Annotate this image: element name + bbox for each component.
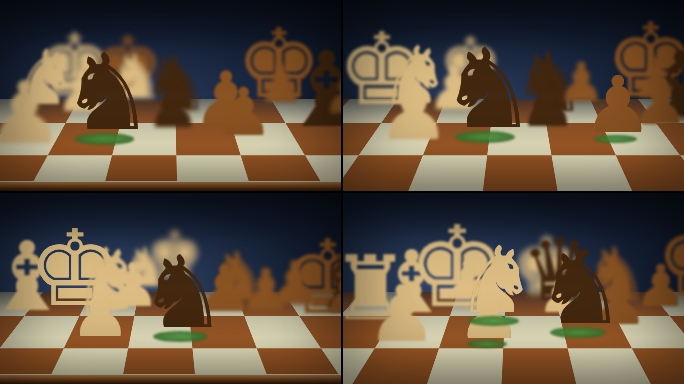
video-frame-3[interactable]: ♝♚♞♟♟♞♚♟♞♟♟♚♝♟♞ xyxy=(0,193,341,384)
white-pawn: ♟ xyxy=(457,277,522,349)
black-knight: ♞ xyxy=(138,243,228,343)
black-rook: ♜ xyxy=(667,56,684,132)
black-pawn: ♟ xyxy=(583,66,653,144)
black-king: ♚ xyxy=(655,207,684,311)
pieces-layer: ♝♚♞♟♟♞♚♟♞♟♟♚♝♟♞ xyxy=(0,193,341,384)
felt-base xyxy=(75,133,133,145)
pieces-layer: ♜♝♟♚♟♚♛♟♞♟♟♚♞♟♞ xyxy=(343,193,684,384)
video-frame-2[interactable]: ♚♞♟♟♚♞♟♟♚♟♝♟♜♟♞ xyxy=(343,0,684,191)
felt-base xyxy=(468,316,519,326)
felt-base xyxy=(550,327,606,338)
black-knight: ♞ xyxy=(439,34,538,144)
felt-base xyxy=(455,131,516,143)
board-front-edge xyxy=(0,374,341,384)
black-pawn: ♟ xyxy=(322,263,341,321)
video-frame-4[interactable]: ♜♝♟♚♟♚♛♟♞♟♟♚♞♟♞ xyxy=(343,193,684,384)
video-preview-grid: ♟♞♚♟♚♞♞♟♟♟♚♟♝♟♞ ♚♞♟♟♚♞♟♟♚♟♝♟♜♟♞ ♝♚♞♟♟♞♚♟… xyxy=(0,0,684,384)
black-knight: ♞ xyxy=(60,40,155,146)
pieces-layer: ♟♞♚♟♚♞♞♟♟♟♚♟♝♟♞ xyxy=(0,0,341,191)
felt-base xyxy=(153,331,208,342)
video-frame-1[interactable]: ♟♞♚♟♚♞♞♟♟♟♚♟♝♟♞ xyxy=(0,0,341,191)
black-knight: ♞ xyxy=(535,237,626,339)
black-pawn: ♟ xyxy=(322,64,341,122)
pieces-layer: ♚♞♟♟♚♞♟♟♚♟♝♟♜♟♞ xyxy=(343,0,684,191)
board-front-edge xyxy=(0,181,341,191)
